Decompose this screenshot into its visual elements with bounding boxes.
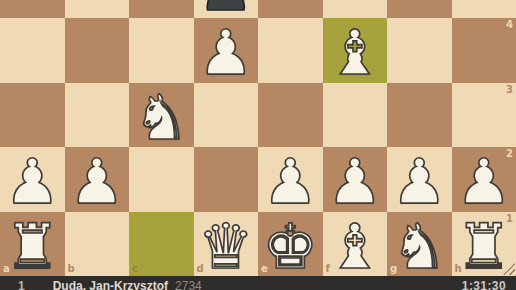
square-d1[interactable]: ♛d — [194, 212, 259, 277]
square-b3[interactable] — [65, 83, 130, 148]
board-number: 1 — [18, 276, 25, 290]
square-a3[interactable] — [0, 83, 65, 148]
file-label-c: c — [132, 264, 138, 274]
white-pawn[interactable]: ♟ — [327, 151, 383, 213]
square-b4[interactable] — [65, 18, 130, 83]
white-knight[interactable]: ♞ — [133, 87, 189, 149]
square-c3[interactable]: ♞ — [129, 83, 194, 148]
square-e1[interactable]: ♚e — [258, 212, 323, 277]
square-e4[interactable] — [258, 18, 323, 83]
square-h2[interactable]: ♟2 — [452, 147, 516, 212]
square-f3[interactable] — [323, 83, 388, 148]
square-h3[interactable]: 3 — [452, 83, 516, 148]
file-label-f: f — [326, 264, 330, 274]
file-label-g: g — [390, 264, 397, 274]
square-a4[interactable] — [0, 18, 65, 83]
file-label-a: a — [3, 264, 10, 274]
white-pawn[interactable]: ♟ — [262, 151, 318, 213]
rank-label-2: 2 — [506, 149, 513, 159]
square-h5[interactable] — [452, 0, 516, 18]
square-b1[interactable]: b — [65, 212, 130, 277]
square-g4[interactable] — [387, 18, 452, 83]
white-pawn[interactable]: ♟ — [456, 151, 512, 213]
player-rating: 2734 — [175, 276, 202, 290]
square-d4[interactable]: ♟ — [194, 18, 259, 83]
player-name[interactable]: Duda, Jan-Krzysztof — [53, 276, 168, 290]
black-pawn[interactable]: ♟ — [198, 0, 254, 20]
white-pawn[interactable]: ♟ — [4, 151, 60, 213]
square-e2[interactable]: ♟ — [258, 147, 323, 212]
file-label-e: e — [261, 264, 268, 274]
white-pawn[interactable]: ♟ — [198, 22, 254, 84]
square-c2[interactable] — [129, 147, 194, 212]
file-label-b: b — [68, 264, 75, 274]
square-b2[interactable]: ♟ — [65, 147, 130, 212]
square-e3[interactable] — [258, 83, 323, 148]
square-f4[interactable]: ♝ — [323, 18, 388, 83]
square-a5[interactable] — [0, 0, 65, 18]
white-bishop[interactable]: ♝ — [327, 22, 383, 84]
square-f2[interactable]: ♟ — [323, 147, 388, 212]
square-c5[interactable] — [129, 0, 194, 18]
square-d2[interactable] — [194, 147, 259, 212]
white-knight[interactable]: ♞ — [391, 216, 447, 276]
square-f1[interactable]: ♝f — [323, 212, 388, 277]
square-g1[interactable]: ♞g — [387, 212, 452, 277]
player-clock: 1:31:30 — [462, 276, 506, 290]
square-b5[interactable] — [65, 0, 130, 18]
rank-label-4: 4 — [506, 20, 513, 30]
square-d5[interactable]: ♟ — [194, 0, 259, 18]
square-c1[interactable]: c — [129, 212, 194, 277]
square-g3[interactable] — [387, 83, 452, 148]
square-e5[interactable] — [258, 0, 323, 18]
square-f5[interactable] — [323, 0, 388, 18]
square-a1[interactable]: ♜a — [0, 212, 65, 277]
rank-label-3: 3 — [506, 85, 513, 95]
square-h4[interactable]: 4 — [452, 18, 516, 83]
white-king[interactable]: ♚ — [262, 216, 318, 276]
white-pawn[interactable]: ♟ — [391, 151, 447, 213]
square-a2[interactable]: ♟ — [0, 147, 65, 212]
square-c4[interactable] — [129, 18, 194, 83]
square-h1[interactable]: ♜1h — [452, 212, 516, 277]
chess-broadcast-view: ♟♟♝4♞3♟♟♟♟♟♟2♜abc♛d♚e♝f♞g♜1h 1 Duda, Jan… — [0, 0, 516, 290]
chess-board[interactable]: ♟♟♝4♞3♟♟♟♟♟♟2♜abc♛d♚e♝f♞g♜1h — [0, 0, 516, 276]
white-pawn[interactable]: ♟ — [69, 151, 125, 213]
file-label-d: d — [197, 264, 204, 274]
white-rook[interactable]: ♜ — [456, 216, 512, 276]
white-bishop[interactable]: ♝ — [327, 216, 383, 276]
white-rook[interactable]: ♜ — [4, 216, 60, 276]
white-queen[interactable]: ♛ — [198, 216, 254, 276]
rank-label-1: 1 — [506, 214, 513, 224]
file-label-h: h — [455, 264, 462, 274]
square-g2[interactable]: ♟ — [387, 147, 452, 212]
board-grid[interactable]: ♟♟♝4♞3♟♟♟♟♟♟2♜abc♛d♚e♝f♞g♜1h — [0, 0, 516, 276]
player-bar: 1 Duda, Jan-Krzysztof 2734 1:31:30 — [0, 276, 516, 290]
square-d3[interactable] — [194, 83, 259, 148]
square-g5[interactable] — [387, 0, 452, 18]
